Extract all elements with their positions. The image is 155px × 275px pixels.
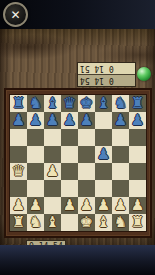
square-b6[interactable] <box>27 129 44 146</box>
square-a7[interactable]: ♟ <box>10 112 27 129</box>
square-b3[interactable] <box>27 180 44 197</box>
square-g8[interactable]: ♞ <box>112 95 129 112</box>
square-d1[interactable] <box>61 214 78 231</box>
black-pawn-piece[interactable]: ♟ <box>10 112 27 129</box>
square-a8[interactable]: ♜ <box>10 95 27 112</box>
white-pawn-piece[interactable]: ♟ <box>95 197 112 214</box>
square-g5[interactable] <box>112 146 129 163</box>
white-bishop-piece[interactable]: ♝ <box>44 214 61 231</box>
black-pawn-piece[interactable]: ♟ <box>95 146 112 163</box>
white-rook-piece[interactable]: ♜ <box>10 214 27 231</box>
table-background: 0 14 54 0 14 51 ♜♞♝♛♚♝♞♜♟♟♟♟♟♟♟♟♛♟♟♟♟♟♟♟… <box>0 29 155 245</box>
square-c4[interactable]: ♟ <box>44 163 61 180</box>
square-c2[interactable] <box>44 197 61 214</box>
square-d8[interactable]: ♛ <box>61 95 78 112</box>
square-e4[interactable] <box>78 163 95 180</box>
square-h6[interactable] <box>129 129 146 146</box>
black-bishop-piece[interactable]: ♝ <box>44 95 61 112</box>
black-rook-piece[interactable]: ♜ <box>129 95 146 112</box>
square-b5[interactable] <box>27 146 44 163</box>
black-knight-piece[interactable]: ♞ <box>112 95 129 112</box>
white-pawn-piece[interactable]: ♟ <box>10 197 27 214</box>
square-g6[interactable] <box>112 129 129 146</box>
square-c6[interactable] <box>44 129 61 146</box>
white-pawn-piece[interactable]: ♟ <box>78 197 95 214</box>
white-pawn-piece[interactable]: ♟ <box>44 163 61 180</box>
white-king-piece[interactable]: ♚ <box>78 214 95 231</box>
black-king-piece[interactable]: ♚ <box>78 95 95 112</box>
square-h1[interactable]: ♜ <box>129 214 146 231</box>
white-pawn-piece[interactable]: ♟ <box>129 197 146 214</box>
square-e3[interactable] <box>78 180 95 197</box>
square-h8[interactable]: ♜ <box>129 95 146 112</box>
bottom-bar: ✕ <box>0 245 155 275</box>
square-e8[interactable]: ♚ <box>78 95 95 112</box>
square-a3[interactable] <box>10 180 27 197</box>
square-f8[interactable]: ♝ <box>95 95 112 112</box>
square-b8[interactable]: ♞ <box>27 95 44 112</box>
square-e1[interactable]: ♚ <box>78 214 95 231</box>
black-bishop-piece[interactable]: ♝ <box>95 95 112 112</box>
square-b1[interactable]: ♞ <box>27 214 44 231</box>
black-pawn-piece[interactable]: ♟ <box>129 112 146 129</box>
square-h2[interactable]: ♟ <box>129 197 146 214</box>
square-b7[interactable]: ♟ <box>27 112 44 129</box>
black-pawn-piece[interactable]: ♟ <box>78 112 95 129</box>
turn-indicator-light <box>137 67 151 81</box>
square-g2[interactable]: ♟ <box>112 197 129 214</box>
square-h5[interactable] <box>129 146 146 163</box>
black-rook-piece[interactable]: ♜ <box>10 95 27 112</box>
opponent-clock-display: 0 14 54 0 14 51 <box>77 62 136 87</box>
square-d3[interactable] <box>61 180 78 197</box>
square-b4[interactable] <box>27 163 44 180</box>
white-rook-piece[interactable]: ♜ <box>129 214 146 231</box>
opponent-clock-black-time: 0 14 54 <box>78 74 135 86</box>
close-icon: ✕ <box>10 9 20 21</box>
chess-board-frame: ♜♞♝♛♚♝♞♜♟♟♟♟♟♟♟♟♛♟♟♟♟♟♟♟♟♜♞♝♚♝♞♜ <box>4 88 152 238</box>
square-a4[interactable]: ♛ <box>10 163 27 180</box>
white-bishop-piece[interactable]: ♝ <box>95 214 112 231</box>
chess-app-screen: ✕ 0 14 54 0 14 51 ♜♞♝♛♚♝♞♜♟♟♟♟♟♟♟♟♛♟♟♟♟♟… <box>0 0 155 275</box>
square-c5[interactable] <box>44 146 61 163</box>
square-h3[interactable] <box>129 180 146 197</box>
square-a5[interactable] <box>10 146 27 163</box>
black-queen-piece[interactable]: ♛ <box>61 95 78 112</box>
square-e6[interactable] <box>78 129 95 146</box>
black-pawn-piece[interactable]: ♟ <box>27 112 44 129</box>
black-pawn-piece[interactable]: ♟ <box>61 112 78 129</box>
black-knight-piece[interactable]: ♞ <box>27 95 44 112</box>
square-h4[interactable] <box>129 163 146 180</box>
square-f6[interactable] <box>95 129 112 146</box>
square-e5[interactable] <box>78 146 95 163</box>
square-d6[interactable] <box>61 129 78 146</box>
opponent-clock-white-time: 0 14 51 <box>78 63 135 74</box>
square-c1[interactable]: ♝ <box>44 214 61 231</box>
square-f3[interactable] <box>95 180 112 197</box>
chess-board: ♜♞♝♛♚♝♞♜♟♟♟♟♟♟♟♟♛♟♟♟♟♟♟♟♟♜♞♝♚♝♞♜ <box>10 95 146 231</box>
top-bar: ✕ <box>0 0 155 29</box>
white-pawn-piece[interactable]: ♟ <box>61 197 78 214</box>
square-e2[interactable]: ♟ <box>78 197 95 214</box>
square-d2[interactable]: ♟ <box>61 197 78 214</box>
square-g4[interactable] <box>112 163 129 180</box>
square-a6[interactable] <box>10 129 27 146</box>
square-f7[interactable] <box>95 112 112 129</box>
square-d4[interactable] <box>61 163 78 180</box>
square-g1[interactable]: ♞ <box>112 214 129 231</box>
white-pawn-piece[interactable]: ♟ <box>27 197 44 214</box>
square-a1[interactable]: ♜ <box>10 214 27 231</box>
square-f2[interactable]: ♟ <box>95 197 112 214</box>
square-d5[interactable] <box>61 146 78 163</box>
square-g7[interactable]: ♟ <box>112 112 129 129</box>
white-queen-piece[interactable]: ♛ <box>10 163 27 180</box>
square-e7[interactable]: ♟ <box>78 112 95 129</box>
black-pawn-piece[interactable]: ♟ <box>44 112 61 129</box>
square-f5[interactable]: ♟ <box>95 146 112 163</box>
square-d7[interactable]: ♟ <box>61 112 78 129</box>
square-a2[interactable]: ♟ <box>10 197 27 214</box>
white-pawn-piece[interactable]: ♟ <box>112 197 129 214</box>
close-button-top[interactable]: ✕ <box>3 2 28 27</box>
square-f1[interactable]: ♝ <box>95 214 112 231</box>
square-h7[interactable]: ♟ <box>129 112 146 129</box>
square-f4[interactable] <box>95 163 112 180</box>
square-c8[interactable]: ♝ <box>44 95 61 112</box>
square-c3[interactable] <box>44 180 61 197</box>
square-g3[interactable] <box>112 180 129 197</box>
black-pawn-piece[interactable]: ♟ <box>112 112 129 129</box>
square-b2[interactable]: ♟ <box>27 197 44 214</box>
white-knight-piece[interactable]: ♞ <box>27 214 44 231</box>
square-c7[interactable]: ♟ <box>44 112 61 129</box>
white-knight-piece[interactable]: ♞ <box>112 214 129 231</box>
